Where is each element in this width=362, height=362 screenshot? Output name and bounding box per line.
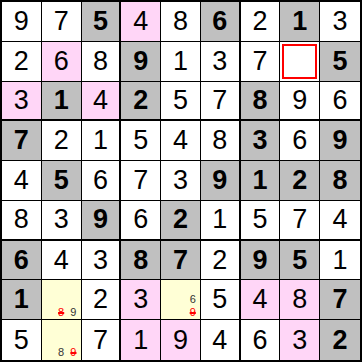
digit: 9 [14, 8, 29, 35]
cell-r1c9[interactable]: 3 [320, 2, 360, 42]
cell-r1c7[interactable]: 2 [241, 2, 281, 42]
digit: 3 [333, 8, 348, 35]
cell-r8c5[interactable]: 69 [161, 280, 201, 320]
digit: 5 [333, 48, 348, 75]
cell-r9c6[interactable]: 4 [201, 320, 241, 360]
cell-r9c2[interactable]: 89 [42, 320, 82, 360]
cell-r1c2[interactable]: 7 [42, 2, 82, 42]
digit: 6 [14, 247, 29, 274]
cell-r7c6[interactable]: 2 [201, 241, 241, 281]
cell-r4c7[interactable]: 3 [241, 121, 281, 161]
cell-r2c6[interactable]: 3 [201, 42, 241, 82]
cell-r9c9[interactable]: 2 [320, 320, 360, 360]
cell-r2c1[interactable]: 2 [2, 42, 42, 82]
cell-r4c9[interactable]: 9 [320, 121, 360, 161]
digit: 8 [173, 8, 188, 35]
digit: 1 [173, 48, 188, 75]
pencil-marks: 69 [162, 281, 199, 318]
cell-r4c4[interactable]: 5 [121, 121, 161, 161]
digit: 3 [133, 286, 148, 313]
digit: 7 [133, 167, 148, 194]
digit: 9 [333, 127, 348, 154]
cell-r9c7[interactable]: 6 [241, 320, 281, 360]
digit: 2 [14, 48, 29, 75]
digit: 9 [292, 87, 307, 114]
digit: 3 [54, 206, 69, 233]
digit: 3 [292, 327, 307, 354]
cell-r2c9[interactable]: 5 [320, 42, 360, 82]
cell-r8c3[interactable]: 2 [82, 280, 122, 320]
cell-r3c9[interactable]: 6 [320, 82, 360, 122]
digit: 5 [212, 286, 227, 313]
cell-r3c8[interactable]: 9 [280, 82, 320, 122]
digit: 2 [333, 327, 348, 354]
cell-r5c8[interactable]: 2 [280, 161, 320, 201]
cell-r6c8[interactable]: 7 [280, 201, 320, 241]
cell-r4c5[interactable]: 4 [161, 121, 201, 161]
digit: 7 [292, 206, 307, 233]
digit: 4 [14, 167, 29, 194]
cell-r1c8[interactable]: 1 [280, 2, 320, 42]
digit: 1 [253, 167, 268, 194]
digit: 1 [54, 87, 69, 114]
cell-r6c5[interactable]: 2 [161, 201, 201, 241]
cell-r4c3[interactable]: 1 [82, 121, 122, 161]
digit: 8 [93, 48, 108, 75]
digit: 8 [333, 167, 348, 194]
pencil-mark: 8 [55, 346, 67, 359]
digit: 5 [253, 206, 268, 233]
digit: 1 [133, 327, 148, 354]
pencil-mark-struck: 8 [55, 306, 67, 318]
digit: 2 [133, 87, 148, 114]
digit: 4 [54, 247, 69, 274]
cell-r1c6[interactable]: 6 [201, 2, 241, 42]
cell-r1c1[interactable]: 9 [2, 2, 42, 42]
pencil-marks: 89 [43, 281, 80, 318]
digit: 4 [173, 127, 188, 154]
cell-r8c7[interactable]: 4 [241, 280, 281, 320]
pencil-mark-struck: 9 [67, 346, 79, 359]
digit: 1 [292, 8, 307, 35]
digit: 8 [14, 206, 29, 233]
digit: 2 [173, 206, 188, 233]
cell-r5c7[interactable]: 1 [241, 161, 281, 201]
cell-r7c7[interactable]: 9 [241, 241, 281, 281]
digit: 3 [253, 127, 268, 154]
digit: 1 [93, 127, 108, 154]
digit: 9 [173, 327, 188, 354]
digit: 8 [253, 87, 268, 114]
digit: 4 [212, 327, 227, 354]
cell-r5c3[interactable]: 6 [82, 161, 122, 201]
digit: 1 [14, 286, 29, 313]
cell-r3c7[interactable]: 8 [241, 82, 281, 122]
digit: 1 [333, 247, 348, 274]
cell-r1c3[interactable]: 5 [82, 2, 122, 42]
digit: 2 [253, 8, 268, 35]
cell-r5c1[interactable]: 4 [2, 161, 42, 201]
cell-r5c4[interactable]: 7 [121, 161, 161, 201]
digit: 6 [253, 327, 268, 354]
cell-r3c1[interactable]: 3 [2, 82, 42, 122]
digit: 6 [333, 87, 348, 114]
sudoku-board: 9754862132689137531425789672154836945673… [0, 0, 362, 362]
cell-r5c9[interactable]: 8 [320, 161, 360, 201]
digit: 6 [93, 167, 108, 194]
digit: 7 [212, 87, 227, 114]
pencil-marks: 89 [43, 321, 80, 359]
cell-r9c3[interactable]: 7 [82, 320, 122, 360]
cell-r6c4[interactable]: 6 [121, 201, 161, 241]
cell-r2c2[interactable]: 6 [42, 42, 82, 82]
digit: 5 [14, 327, 29, 354]
digit: 6 [212, 8, 227, 35]
cell-r5c2[interactable]: 5 [42, 161, 82, 201]
digit: 5 [54, 167, 69, 194]
cell-r3c5[interactable]: 5 [161, 82, 201, 122]
digit: 7 [93, 327, 108, 354]
cell-r1c4[interactable]: 4 [121, 2, 161, 42]
cell-r9c4[interactable]: 1 [121, 320, 161, 360]
cell-r2c8[interactable] [280, 42, 320, 82]
digit: 2 [292, 167, 307, 194]
digit: 5 [133, 127, 148, 154]
cell-r8c6[interactable]: 5 [201, 280, 241, 320]
cell-r8c4[interactable]: 3 [121, 280, 161, 320]
digit: 5 [93, 8, 108, 35]
digit: 1 [212, 206, 227, 233]
digit: 2 [54, 127, 69, 154]
cell-r6c2[interactable]: 3 [42, 201, 82, 241]
digit: 6 [292, 127, 307, 154]
digit: 7 [173, 247, 188, 274]
digit: 8 [292, 286, 307, 313]
cell-r6c3[interactable]: 9 [82, 201, 122, 241]
selection-box [282, 44, 317, 79]
cell-r2c3[interactable]: 8 [82, 42, 122, 82]
digit: 8 [212, 127, 227, 154]
cell-r4c1[interactable]: 7 [2, 121, 42, 161]
digit: 5 [292, 247, 307, 274]
cell-r9c5[interactable]: 9 [161, 320, 201, 360]
cell-r9c1[interactable]: 5 [2, 320, 42, 360]
cell-r1c5[interactable]: 8 [161, 2, 201, 42]
cell-r7c3[interactable]: 3 [82, 241, 122, 281]
digit: 7 [54, 8, 69, 35]
cell-r6c1[interactable]: 8 [2, 201, 42, 241]
digit: 2 [93, 286, 108, 313]
digit: 2 [212, 247, 227, 274]
cell-r6c7[interactable]: 5 [241, 201, 281, 241]
digit: 7 [333, 286, 348, 313]
cell-r3c6[interactable]: 7 [201, 82, 241, 122]
digit: 3 [14, 87, 29, 114]
cell-r3c3[interactable]: 4 [82, 82, 122, 122]
cell-r2c4[interactable]: 9 [121, 42, 161, 82]
digit: 9 [212, 167, 227, 194]
digit: 7 [14, 127, 29, 154]
cell-r5c6[interactable]: 9 [201, 161, 241, 201]
cell-r8c8[interactable]: 8 [280, 280, 320, 320]
cell-r4c8[interactable]: 6 [280, 121, 320, 161]
cell-r6c9[interactable]: 4 [320, 201, 360, 241]
cell-r2c5[interactable]: 1 [161, 42, 201, 82]
digit: 9 [133, 48, 148, 75]
digit: 9 [93, 206, 108, 233]
cell-r7c5[interactable]: 7 [161, 241, 201, 281]
cell-r3c4[interactable]: 2 [121, 82, 161, 122]
digit: 3 [93, 247, 108, 274]
cell-r7c8[interactable]: 5 [280, 241, 320, 281]
digit: 4 [93, 87, 108, 114]
pencil-mark-struck: 9 [187, 306, 199, 318]
cell-r7c9[interactable]: 1 [320, 241, 360, 281]
digit: 8 [133, 247, 148, 274]
cell-r9c8[interactable]: 3 [280, 320, 320, 360]
digit: 7 [253, 48, 268, 75]
digit: 6 [133, 206, 148, 233]
digit: 6 [54, 48, 69, 75]
cell-r7c2[interactable]: 4 [42, 241, 82, 281]
cell-r7c1[interactable]: 6 [2, 241, 42, 281]
digit: 9 [253, 247, 268, 274]
cell-r6c6[interactable]: 1 [201, 201, 241, 241]
pencil-mark: 6 [187, 294, 199, 306]
cell-r4c6[interactable]: 8 [201, 121, 241, 161]
digit: 4 [253, 286, 268, 313]
cell-r3c2[interactable]: 1 [42, 82, 82, 122]
cell-r8c2[interactable]: 89 [42, 280, 82, 320]
digit: 4 [333, 206, 348, 233]
digit: 3 [212, 48, 227, 75]
cell-r8c1[interactable]: 1 [2, 280, 42, 320]
digit: 3 [173, 167, 188, 194]
digit: 4 [133, 8, 148, 35]
digit: 5 [173, 87, 188, 114]
pencil-mark: 9 [67, 306, 79, 318]
cell-r8c9[interactable]: 7 [320, 280, 360, 320]
cell-r7c4[interactable]: 8 [121, 241, 161, 281]
cell-r5c5[interactable]: 3 [161, 161, 201, 201]
cell-r4c2[interactable]: 2 [42, 121, 82, 161]
cell-r2c7[interactable]: 7 [241, 42, 281, 82]
